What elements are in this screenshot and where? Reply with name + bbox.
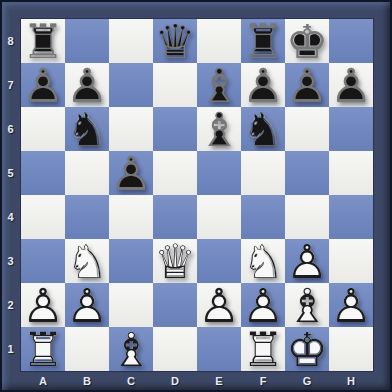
- file-label-f: F: [241, 371, 285, 390]
- piece-white-pawn[interactable]: ♟♙: [65, 283, 109, 327]
- square-g6[interactable]: [285, 107, 329, 151]
- piece-white-pawn[interactable]: ♟♙: [197, 283, 241, 327]
- piece-white-bishop[interactable]: ♝♗: [109, 327, 153, 371]
- square-g5[interactable]: [285, 151, 329, 195]
- file-label-b: B: [65, 371, 109, 390]
- file-label-a: A: [21, 371, 65, 390]
- square-e2[interactable]: ♟♙: [197, 283, 241, 327]
- square-d3[interactable]: ♛♕: [153, 239, 197, 283]
- square-f5[interactable]: [241, 151, 285, 195]
- piece-black-king[interactable]: ♚♔: [285, 19, 329, 63]
- square-g2[interactable]: ♝♗: [285, 283, 329, 327]
- square-h1[interactable]: [329, 327, 373, 371]
- rank-label-2: 2: [0, 283, 21, 327]
- piece-black-pawn[interactable]: ♟♙: [65, 63, 109, 107]
- piece-white-knight[interactable]: ♞♘: [65, 239, 109, 283]
- rank-label-7: 7: [0, 63, 21, 107]
- square-h3[interactable]: [329, 239, 373, 283]
- piece-black-knight[interactable]: ♞♘: [241, 107, 285, 151]
- square-d6[interactable]: [153, 107, 197, 151]
- square-e3[interactable]: [197, 239, 241, 283]
- square-f3[interactable]: ♞♘: [241, 239, 285, 283]
- square-h4[interactable]: [329, 195, 373, 239]
- square-f1[interactable]: ♜♖: [241, 327, 285, 371]
- piece-white-rook[interactable]: ♜♖: [21, 327, 65, 371]
- square-c8[interactable]: [109, 19, 153, 63]
- square-a8[interactable]: ♜♖: [21, 19, 65, 63]
- rank-label-5: 5: [0, 151, 21, 195]
- square-b3[interactable]: ♞♘: [65, 239, 109, 283]
- chess-board: ♜♖♛♕♜♖♚♔♟♙♟♙♝♗♟♙♟♙♟♙♞♘♝♗♞♘♟♙♞♘♛♕♞♘♟♙♟♙♟♙…: [21, 19, 373, 371]
- square-c6[interactable]: [109, 107, 153, 151]
- square-b8[interactable]: [65, 19, 109, 63]
- file-label-h: H: [329, 371, 373, 390]
- square-c2[interactable]: [109, 283, 153, 327]
- square-c5[interactable]: ♟♙: [109, 151, 153, 195]
- piece-black-bishop[interactable]: ♝♗: [197, 63, 241, 107]
- square-h7[interactable]: ♟♙: [329, 63, 373, 107]
- square-a5[interactable]: [21, 151, 65, 195]
- square-d4[interactable]: [153, 195, 197, 239]
- square-c1[interactable]: ♝♗: [109, 327, 153, 371]
- chess-board-frame: ♜♖♛♕♜♖♚♔♟♙♟♙♝♗♟♙♟♙♟♙♞♘♝♗♞♘♟♙♞♘♛♕♞♘♟♙♟♙♟♙…: [0, 0, 392, 392]
- square-a4[interactable]: [21, 195, 65, 239]
- rank-label-1: 1: [0, 327, 21, 371]
- piece-white-rook[interactable]: ♜♖: [241, 327, 285, 371]
- square-a1[interactable]: ♜♖: [21, 327, 65, 371]
- square-g1[interactable]: ♚♔: [285, 327, 329, 371]
- square-b4[interactable]: [65, 195, 109, 239]
- piece-black-pawn[interactable]: ♟♙: [241, 63, 285, 107]
- square-c7[interactable]: [109, 63, 153, 107]
- rank-label-8: 8: [0, 19, 21, 63]
- rank-label-6: 6: [0, 107, 21, 151]
- square-e7[interactable]: ♝♗: [197, 63, 241, 107]
- piece-black-pawn[interactable]: ♟♙: [329, 63, 373, 107]
- square-g3[interactable]: ♟♙: [285, 239, 329, 283]
- square-d2[interactable]: [153, 283, 197, 327]
- square-b2[interactable]: ♟♙: [65, 283, 109, 327]
- rank-label-3: 3: [0, 239, 21, 283]
- piece-black-rook[interactable]: ♜♖: [21, 19, 65, 63]
- square-e4[interactable]: [197, 195, 241, 239]
- square-e8[interactable]: [197, 19, 241, 63]
- file-label-g: G: [285, 371, 329, 390]
- piece-white-knight[interactable]: ♞♘: [241, 239, 285, 283]
- square-g7[interactable]: ♟♙: [285, 63, 329, 107]
- square-b5[interactable]: [65, 151, 109, 195]
- piece-white-pawn[interactable]: ♟♙: [21, 283, 65, 327]
- piece-white-pawn[interactable]: ♟♙: [285, 239, 329, 283]
- square-f2[interactable]: ♟♙: [241, 283, 285, 327]
- piece-black-rook[interactable]: ♜♖: [241, 19, 285, 63]
- square-h5[interactable]: [329, 151, 373, 195]
- piece-black-pawn[interactable]: ♟♙: [21, 63, 65, 107]
- piece-white-queen[interactable]: ♛♕: [153, 239, 197, 283]
- piece-white-pawn[interactable]: ♟♙: [241, 283, 285, 327]
- square-g4[interactable]: [285, 195, 329, 239]
- square-d5[interactable]: [153, 151, 197, 195]
- file-label-e: E: [197, 371, 241, 390]
- square-e6[interactable]: ♝♗: [197, 107, 241, 151]
- square-h2[interactable]: ♟♙: [329, 283, 373, 327]
- square-h6[interactable]: [329, 107, 373, 151]
- square-e5[interactable]: [197, 151, 241, 195]
- square-f7[interactable]: ♟♙: [241, 63, 285, 107]
- square-c3[interactable]: [109, 239, 153, 283]
- piece-black-pawn[interactable]: ♟♙: [285, 63, 329, 107]
- square-b6[interactable]: ♞♘: [65, 107, 109, 151]
- square-b1[interactable]: [65, 327, 109, 371]
- piece-white-pawn[interactable]: ♟♙: [329, 283, 373, 327]
- piece-white-bishop[interactable]: ♝♗: [285, 283, 329, 327]
- square-a2[interactable]: ♟♙: [21, 283, 65, 327]
- file-label-d: D: [153, 371, 197, 390]
- square-a3[interactable]: [21, 239, 65, 283]
- piece-black-queen[interactable]: ♛♕: [153, 19, 197, 63]
- square-a6[interactable]: [21, 107, 65, 151]
- piece-black-knight[interactable]: ♞♘: [65, 107, 109, 151]
- square-d8[interactable]: ♛♕: [153, 19, 197, 63]
- square-h8[interactable]: [329, 19, 373, 63]
- square-f6[interactable]: ♞♘: [241, 107, 285, 151]
- square-f8[interactable]: ♜♖: [241, 19, 285, 63]
- square-e1[interactable]: [197, 327, 241, 371]
- square-g8[interactable]: ♚♔: [285, 19, 329, 63]
- piece-white-king[interactable]: ♚♔: [285, 327, 329, 371]
- piece-black-pawn[interactable]: ♟♙: [109, 151, 153, 195]
- square-b7[interactable]: ♟♙: [65, 63, 109, 107]
- file-label-c: C: [109, 371, 153, 390]
- square-a7[interactable]: ♟♙: [21, 63, 65, 107]
- square-d7[interactable]: [153, 63, 197, 107]
- square-c4[interactable]: [109, 195, 153, 239]
- piece-black-bishop[interactable]: ♝♗: [197, 107, 241, 151]
- rank-label-4: 4: [0, 195, 21, 239]
- square-d1[interactable]: [153, 327, 197, 371]
- square-f4[interactable]: [241, 195, 285, 239]
